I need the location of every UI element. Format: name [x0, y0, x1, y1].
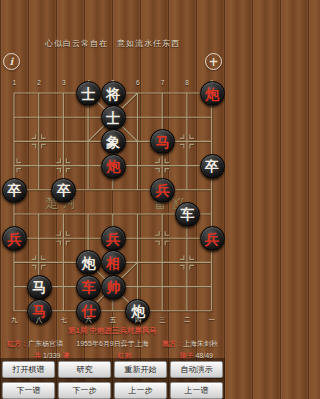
black-player: 黑方：上海朱剑秋	[162, 339, 218, 349]
black-soldier[interactable]: 卒	[200, 154, 225, 179]
black-elephant[interactable]: 象	[101, 129, 126, 154]
game-date: 1955年6月9日弈于上海	[76, 339, 148, 349]
file-label: 三	[150, 316, 175, 325]
file-labels-bottom: 九八七六五四三二一	[2, 316, 225, 325]
black-general[interactable]: 将	[101, 81, 126, 106]
black-advisor[interactable]: 士	[76, 81, 101, 106]
file-label: 一	[200, 316, 225, 325]
red-player: 红方：广东杨官璘	[7, 339, 63, 349]
next-record-button[interactable]: 下一谱	[2, 382, 55, 399]
restart-button[interactable]: 重新开始	[114, 361, 167, 378]
control-buttons: 打开棋谱 研究 重新开始 自动演示 下一谱 下一步 上一步 上一谱	[2, 361, 223, 399]
black-side-label: 黑方：	[162, 340, 183, 347]
red-cannon[interactable]: 炮	[101, 154, 126, 179]
next-move-button[interactable]: 下一步	[58, 382, 111, 399]
auto-demo-button[interactable]: 自动演示	[170, 361, 223, 378]
file-label: 六	[76, 316, 101, 325]
red-general[interactable]: 帅	[101, 275, 126, 300]
red-side-label: 红方：	[7, 340, 28, 347]
game-title: 第1局 中炮进三兵对屏风马	[0, 326, 225, 336]
black-horse[interactable]: 马	[27, 275, 52, 300]
red-soldier[interactable]: 兵	[2, 226, 27, 251]
black-soldier[interactable]: 卒	[51, 178, 76, 203]
red-player-name: 广东杨官璘	[28, 340, 63, 347]
black-cannon[interactable]: 炮	[76, 250, 101, 275]
file-label: 五	[101, 316, 126, 325]
file-label: 四	[125, 316, 150, 325]
xiangqi-board[interactable]: 士将炮士象马炮卒卒卒兵车兵兵兵炮相马车帅马仕炮	[2, 81, 224, 323]
prev-move-button[interactable]: 上一步	[114, 382, 167, 399]
open-record-button[interactable]: 打开棋谱	[2, 361, 55, 378]
file-label: 九	[2, 316, 27, 325]
red-soldier[interactable]: 兵	[150, 178, 175, 203]
black-player-name: 上海朱剑秋	[183, 340, 218, 347]
red-cannon[interactable]: 炮	[200, 81, 225, 106]
red-soldier[interactable]: 兵	[101, 226, 126, 251]
file-label: 七	[51, 316, 76, 325]
research-button[interactable]: 研究	[58, 361, 111, 378]
red-chariot[interactable]: 车	[76, 275, 101, 300]
prev-record-button[interactable]: 上一谱	[170, 382, 223, 399]
red-soldier[interactable]: 兵	[200, 226, 225, 251]
file-label: 八	[27, 316, 52, 325]
red-horse[interactable]: 马	[150, 129, 175, 154]
black-advisor[interactable]: 士	[101, 105, 126, 130]
black-chariot[interactable]: 车	[175, 202, 200, 227]
red-elephant[interactable]: 相	[101, 250, 126, 275]
file-label: 二	[175, 316, 200, 325]
players-row: 红方：广东杨官璘 1955年6月9日弈于上海 黑方：上海朱剑秋	[0, 339, 225, 349]
black-soldier[interactable]: 卒	[2, 178, 27, 203]
